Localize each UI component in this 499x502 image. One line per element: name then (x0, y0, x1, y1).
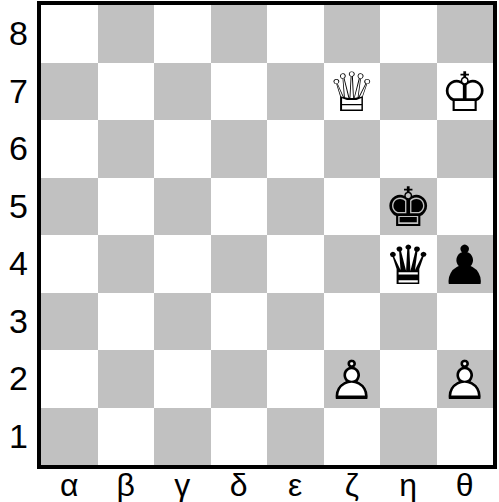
square-g3[interactable] (380, 293, 437, 351)
square-e7[interactable] (267, 63, 324, 121)
square-e1[interactable] (267, 408, 324, 466)
square-c4[interactable] (154, 235, 211, 293)
square-g8[interactable] (380, 5, 437, 63)
square-f6[interactable] (324, 120, 381, 178)
square-h5[interactable] (437, 178, 494, 236)
square-e4[interactable] (267, 235, 324, 293)
square-a4[interactable] (41, 235, 98, 293)
square-h8[interactable] (437, 5, 494, 63)
square-c2[interactable] (154, 350, 211, 408)
black-pawn[interactable]: ♟ (437, 237, 494, 295)
square-e5[interactable] (267, 178, 324, 236)
square-h4[interactable]: ♟ (437, 235, 494, 293)
file-label-g: η (380, 468, 437, 502)
square-e2[interactable] (267, 350, 324, 408)
square-b5[interactable] (98, 178, 155, 236)
square-f7[interactable]: ♛♕ (324, 63, 381, 121)
square-d4[interactable] (211, 235, 268, 293)
white-king[interactable]: ♚♔ (437, 65, 494, 123)
square-b7[interactable] (98, 63, 155, 121)
square-a5[interactable] (41, 178, 98, 236)
square-b2[interactable] (98, 350, 155, 408)
square-c7[interactable] (154, 63, 211, 121)
square-a2[interactable] (41, 350, 98, 408)
square-c6[interactable] (154, 120, 211, 178)
square-d8[interactable] (211, 5, 268, 63)
rank-label-6: 6 (0, 120, 37, 178)
square-a8[interactable] (41, 5, 98, 63)
rank-label-5: 5 (0, 178, 37, 236)
square-c1[interactable] (154, 408, 211, 466)
white-pawn[interactable]: ♟♙ (437, 352, 494, 410)
rank-label-2: 2 (0, 350, 37, 408)
square-g7[interactable] (380, 63, 437, 121)
square-g2[interactable] (380, 350, 437, 408)
black-queen-glyph: ♛ (384, 239, 432, 293)
square-b8[interactable] (98, 5, 155, 63)
square-b4[interactable] (98, 235, 155, 293)
square-c3[interactable] (154, 293, 211, 351)
square-f4[interactable] (324, 235, 381, 293)
chess-diagram: 87654321 ♛♕♚♔♚♛♟♟♙♟♙ αβγδεζηθ (0, 0, 499, 502)
square-g5[interactable]: ♚ (380, 178, 437, 236)
rank-label-7: 7 (0, 63, 37, 121)
square-h6[interactable] (437, 120, 494, 178)
square-e3[interactable] (267, 293, 324, 351)
square-c5[interactable] (154, 178, 211, 236)
square-b6[interactable] (98, 120, 155, 178)
square-f1[interactable] (324, 408, 381, 466)
square-h2[interactable]: ♟♙ (437, 350, 494, 408)
file-labels: αβγδεζηθ (41, 468, 493, 502)
square-a3[interactable] (41, 293, 98, 351)
square-h7[interactable]: ♚♔ (437, 63, 494, 121)
square-f3[interactable] (324, 293, 381, 351)
file-label-h: θ (437, 468, 494, 502)
white-pawn[interactable]: ♟♙ (324, 352, 381, 410)
file-label-d: δ (211, 468, 268, 502)
square-d2[interactable] (211, 350, 268, 408)
square-d3[interactable] (211, 293, 268, 351)
square-e6[interactable] (267, 120, 324, 178)
square-d5[interactable] (211, 178, 268, 236)
black-king[interactable]: ♚ (380, 180, 437, 238)
square-h1[interactable] (437, 408, 494, 466)
file-label-f: ζ (324, 468, 381, 502)
white-queen-outline: ♕ (328, 66, 376, 120)
chess-board: ♛♕♚♔♚♛♟♟♙♟♙ (37, 1, 497, 469)
square-f8[interactable] (324, 5, 381, 63)
rank-label-1: 1 (0, 408, 37, 466)
file-label-e: ε (267, 468, 324, 502)
white-queen[interactable]: ♛♕ (324, 65, 381, 123)
rank-labels: 87654321 (0, 1, 37, 469)
white-pawn-outline: ♙ (328, 354, 376, 408)
square-b1[interactable] (98, 408, 155, 466)
square-a6[interactable] (41, 120, 98, 178)
white-pawn-outline: ♙ (441, 354, 489, 408)
rank-label-8: 8 (0, 5, 37, 63)
square-a1[interactable] (41, 408, 98, 466)
file-label-a: α (41, 468, 98, 502)
square-a7[interactable] (41, 63, 98, 121)
black-king-glyph: ♚ (384, 181, 432, 235)
rank-label-3: 3 (0, 293, 37, 351)
black-pawn-glyph: ♟ (441, 239, 489, 293)
square-d6[interactable] (211, 120, 268, 178)
square-b3[interactable] (98, 293, 155, 351)
square-g4[interactable]: ♛ (380, 235, 437, 293)
square-d1[interactable] (211, 408, 268, 466)
square-f2[interactable]: ♟♙ (324, 350, 381, 408)
file-label-c: γ (154, 468, 211, 502)
square-d7[interactable] (211, 63, 268, 121)
square-f5[interactable] (324, 178, 381, 236)
square-g6[interactable] (380, 120, 437, 178)
square-e8[interactable] (267, 5, 324, 63)
black-queen[interactable]: ♛ (380, 237, 437, 295)
white-king-outline: ♔ (441, 66, 489, 120)
rank-label-4: 4 (0, 235, 37, 293)
square-h3[interactable] (437, 293, 494, 351)
square-g1[interactable] (380, 408, 437, 466)
square-c8[interactable] (154, 5, 211, 63)
file-label-b: β (98, 468, 155, 502)
